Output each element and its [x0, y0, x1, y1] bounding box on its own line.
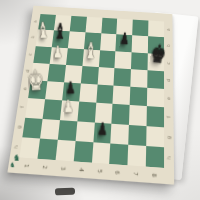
- square-h8[interactable]: [146, 146, 164, 168]
- square-c6[interactable]: [115, 51, 132, 69]
- square-d6[interactable]: [114, 68, 131, 87]
- square-d5[interactable]: [97, 67, 115, 86]
- square-g2[interactable]: [40, 118, 60, 139]
- square-f8[interactable]: [147, 106, 165, 126]
- square-g4[interactable]: [75, 121, 94, 142]
- square-h5[interactable]: [91, 142, 110, 164]
- file-label-a: a: [159, 25, 177, 34]
- square-a3[interactable]: [69, 16, 86, 33]
- square-a6[interactable]: [117, 19, 133, 36]
- file-labels-right: abcdefgh: [164, 22, 174, 169]
- chess-mat: ♝♝♟♚♝♟♟♟♚♟ abcdefgh abcdefgh 12345678 ♞ …: [7, 6, 174, 185]
- rank-label-7: 7: [129, 164, 145, 184]
- square-f5[interactable]: [94, 103, 112, 123]
- square-b6[interactable]: [116, 34, 133, 51]
- square-g3[interactable]: [58, 120, 77, 141]
- square-h2[interactable]: [37, 138, 57, 160]
- square-a7[interactable]: [132, 20, 148, 37]
- square-f6[interactable]: [112, 104, 130, 124]
- square-b3[interactable]: [68, 32, 85, 49]
- square-c7[interactable]: [131, 52, 148, 70]
- square-h6[interactable]: [110, 143, 129, 165]
- square-g7[interactable]: [128, 124, 146, 145]
- square-a5[interactable]: [101, 18, 118, 35]
- square-h3[interactable]: [55, 139, 75, 161]
- rank-label-6: 6: [110, 163, 126, 183]
- square-a4[interactable]: [85, 17, 102, 34]
- square-h7[interactable]: [128, 144, 147, 166]
- rank-label-8: 8: [147, 165, 162, 185]
- rank-label-5: 5: [92, 161, 108, 181]
- square-f7[interactable]: [129, 105, 147, 125]
- file-label-c: c: [21, 49, 40, 58]
- square-e2[interactable]: [45, 81, 64, 100]
- table-surface: ♝♝♟♚♝♟♟♟♚♟ abcdefgh abcdefgh 12345678 ♞ …: [0, 0, 200, 200]
- file-label-b: b: [159, 41, 177, 50]
- square-b7[interactable]: [132, 35, 148, 52]
- under-board-gap: [55, 187, 75, 195]
- square-e8[interactable]: [147, 88, 164, 108]
- square-c2[interactable]: [50, 47, 68, 65]
- square-g5[interactable]: [93, 122, 112, 143]
- square-f3[interactable]: [60, 101, 79, 121]
- square-d2[interactable]: [47, 64, 66, 83]
- square-d3[interactable]: [64, 65, 82, 84]
- square-e6[interactable]: [113, 86, 131, 106]
- knight-logo-glyph-small: ♞: [9, 161, 16, 168]
- rank-label-4: 4: [73, 160, 90, 180]
- square-a2[interactable]: [54, 15, 71, 32]
- square-e7[interactable]: [130, 87, 147, 107]
- square-g6[interactable]: [111, 123, 130, 144]
- square-b2[interactable]: [52, 31, 70, 48]
- file-label-c: c: [159, 58, 178, 67]
- rank-label-3: 3: [55, 159, 72, 179]
- square-f2[interactable]: [42, 99, 61, 119]
- square-c5[interactable]: [98, 50, 115, 68]
- file-label-a: a: [26, 17, 45, 25]
- square-e5[interactable]: [96, 85, 114, 105]
- square-e4[interactable]: [79, 83, 97, 102]
- square-c4[interactable]: [82, 49, 100, 67]
- square-f4[interactable]: [77, 102, 96, 122]
- file-label-b: b: [23, 33, 42, 42]
- square-d7[interactable]: [131, 69, 148, 88]
- file-label-e: e: [15, 84, 35, 94]
- square-g8[interactable]: [146, 126, 164, 147]
- file-label-d: d: [18, 66, 38, 75]
- square-b5[interactable]: [100, 33, 117, 50]
- file-label-d: d: [159, 75, 178, 85]
- square-h4[interactable]: [73, 141, 93, 163]
- square-d4[interactable]: [80, 66, 98, 85]
- square-e3[interactable]: [62, 82, 81, 101]
- square-b4[interactable]: [84, 32, 101, 49]
- square-c3[interactable]: [66, 48, 84, 66]
- rank-label-2: 2: [37, 157, 54, 177]
